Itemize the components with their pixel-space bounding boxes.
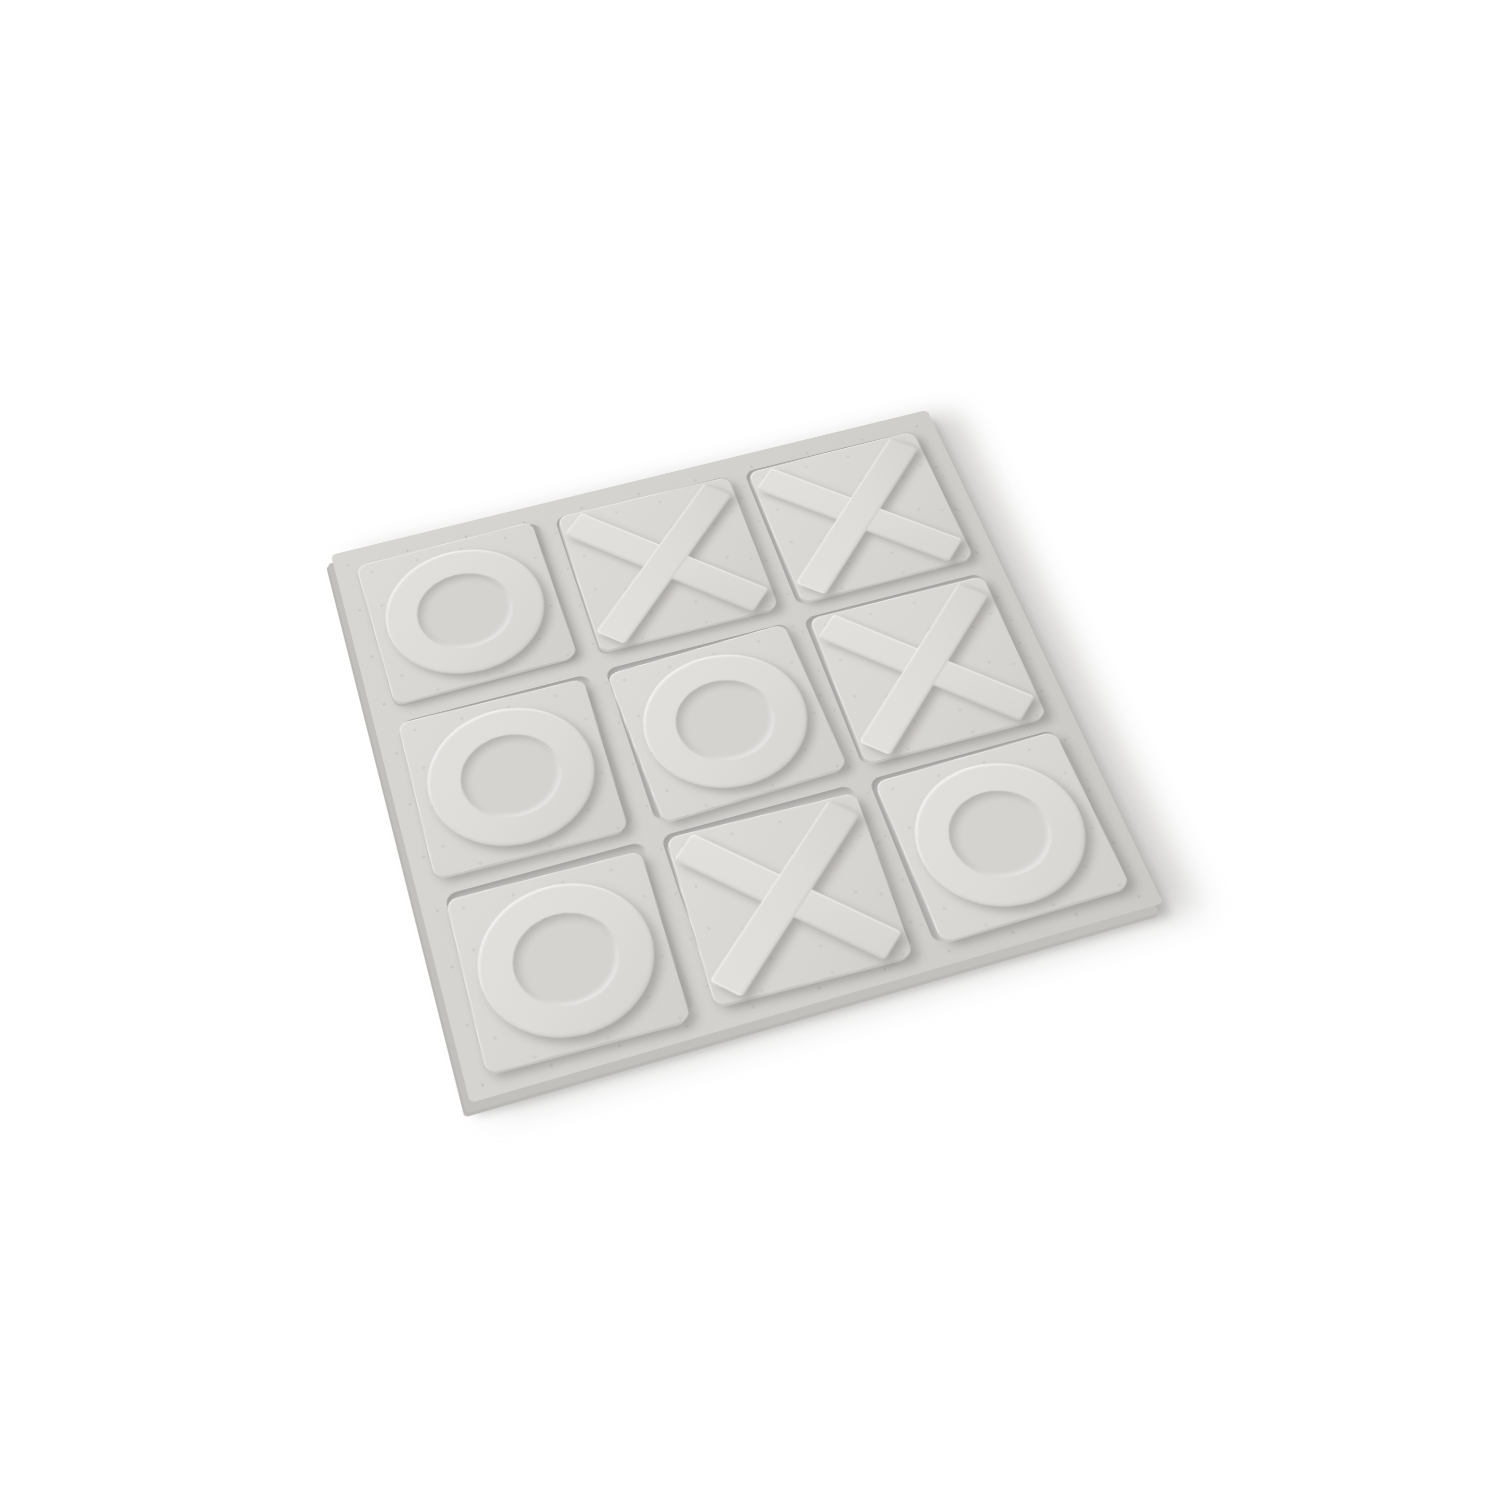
cell-r1c1 bbox=[604, 622, 845, 822]
tile-r0c1-x bbox=[557, 477, 778, 652]
board-grid bbox=[358, 431, 1129, 1072]
piece-o-icon bbox=[413, 691, 611, 863]
piece-x-icon bbox=[665, 793, 912, 1007]
cell-r2c0 bbox=[444, 842, 698, 1072]
piece-x-icon bbox=[809, 575, 1047, 763]
cell-r2c2 bbox=[869, 730, 1129, 945]
tile-r2c2-o bbox=[875, 731, 1131, 942]
tile-r2c1-x bbox=[665, 793, 912, 1007]
piece-o-icon bbox=[462, 866, 673, 1058]
cell-r0c2 bbox=[744, 431, 974, 606]
piece-o-icon bbox=[892, 745, 1112, 927]
piece-x-icon bbox=[557, 477, 778, 652]
cell-r2c1 bbox=[660, 785, 917, 1007]
tile-r1c1-o bbox=[606, 624, 846, 822]
piece-o-icon bbox=[371, 534, 561, 691]
cell-r1c0 bbox=[399, 674, 637, 880]
tile-r1c2-x bbox=[809, 575, 1047, 763]
tile-r1c0-o bbox=[398, 678, 628, 878]
cell-r1c2 bbox=[803, 573, 1047, 766]
cell-r0c0 bbox=[358, 522, 583, 708]
board-perspective-wrapper bbox=[331, 410, 1163, 1103]
tile-r2c0-o bbox=[446, 851, 691, 1074]
tile-r0c2-x bbox=[748, 431, 974, 602]
piece-o-icon bbox=[623, 637, 830, 808]
piece-x-icon bbox=[748, 431, 974, 602]
tile-r0c0-o bbox=[356, 522, 577, 705]
tic-tac-toe-board bbox=[331, 410, 1163, 1103]
cell-r0c1 bbox=[554, 476, 782, 656]
product-photo bbox=[0, 0, 1500, 1500]
